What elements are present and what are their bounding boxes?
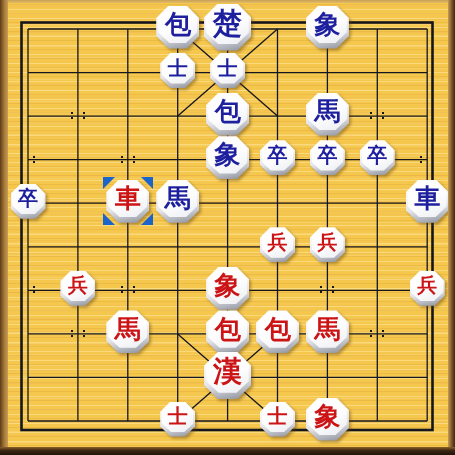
piece-glyph-horse: 馬 (314, 316, 340, 342)
piece-body: 馬 (156, 180, 199, 223)
board-point-marker (133, 286, 135, 288)
piece-body: 士 (160, 53, 195, 88)
piece-red-chariot[interactable]: 車 (106, 180, 149, 223)
piece-body: 士 (210, 53, 245, 88)
piece-body: 馬 (106, 310, 149, 353)
board-point-marker (133, 161, 135, 163)
piece-glyph-soldier: 卒 (367, 145, 387, 165)
piece-face: 馬 (308, 93, 347, 130)
piece-face: 馬 (108, 311, 147, 348)
piece-face: 象 (308, 6, 347, 43)
piece-glyph-advisor: 士 (268, 406, 288, 426)
piece-body: 兵 (410, 271, 445, 306)
piece-red-cannon[interactable]: 包 (206, 310, 249, 353)
piece-body: 車 (406, 180, 449, 223)
board-point-marker (121, 156, 123, 158)
piece-face: 車 (108, 181, 147, 218)
piece-blue-cannon[interactable]: 包 (206, 93, 249, 136)
board-point-marker (83, 112, 85, 114)
board-point-marker (370, 117, 372, 119)
board-point-marker (33, 286, 35, 288)
piece-red-elephant[interactable]: 象 (206, 267, 249, 310)
piece-body: 兵 (260, 227, 295, 262)
piece-face: 士 (262, 402, 294, 432)
board-point-marker (83, 335, 85, 337)
piece-red-soldier[interactable]: 兵 (310, 227, 345, 262)
piece-face: 象 (308, 398, 347, 435)
board-point-marker (332, 291, 334, 293)
board-point-marker (382, 330, 384, 332)
piece-body: 兵 (310, 227, 345, 262)
piece-face: 漢 (206, 353, 248, 393)
piece-body: 象 (306, 398, 349, 441)
piece-blue-elephant[interactable]: 象 (306, 6, 349, 49)
piece-body: 卒 (11, 184, 46, 219)
piece-blue-soldier[interactable]: 卒 (310, 140, 345, 175)
board-point-marker (133, 291, 135, 293)
board-point-marker (420, 161, 422, 163)
piece-red-horse[interactable]: 馬 (106, 310, 149, 353)
board-point-marker (121, 286, 123, 288)
piece-red-soldier[interactable]: 兵 (410, 271, 445, 306)
board-point-marker (71, 112, 73, 114)
piece-red-cannon[interactable]: 包 (256, 310, 299, 353)
piece-blue-advisor[interactable]: 士 (210, 53, 245, 88)
board-point-marker (332, 286, 334, 288)
piece-face: 包 (258, 311, 297, 348)
piece-face: 馬 (308, 311, 347, 348)
piece-red-advisor[interactable]: 士 (160, 402, 195, 437)
piece-glyph-advisor: 士 (168, 406, 188, 426)
piece-glyph-horse: 馬 (165, 185, 191, 211)
piece-glyph-soldier: 兵 (317, 232, 337, 252)
piece-face: 象 (208, 268, 247, 305)
piece-blue-chariot[interactable]: 車 (406, 180, 449, 223)
board-point-marker (121, 161, 123, 163)
piece-face: 包 (158, 6, 197, 43)
piece-body: 兵 (60, 271, 95, 306)
piece-glyph-soldier: 兵 (417, 275, 437, 295)
piece-glyph-soldier: 兵 (68, 275, 88, 295)
piece-body: 卒 (260, 140, 295, 175)
wooden-frame-top (0, 0, 455, 3)
piece-body: 包 (206, 93, 249, 136)
piece-face: 包 (208, 93, 247, 130)
piece-body: 象 (206, 136, 249, 179)
piece-body: 楚 (204, 4, 251, 51)
piece-face: 卒 (12, 184, 44, 214)
piece-blue-elephant[interactable]: 象 (206, 136, 249, 179)
board-point-marker (320, 291, 322, 293)
piece-glyph-cannon: 包 (165, 11, 191, 37)
piece-glyph-advisor: 士 (218, 58, 238, 78)
piece-blue-cannon[interactable]: 包 (156, 6, 199, 49)
piece-glyph-chariot: 車 (414, 185, 440, 211)
piece-glyph-soldier: 卒 (18, 188, 38, 208)
piece-glyph-horse: 馬 (314, 98, 340, 124)
piece-blue-horse[interactable]: 馬 (306, 93, 349, 136)
piece-blue-soldier[interactable]: 卒 (260, 140, 295, 175)
piece-glyph-general: 楚 (213, 9, 242, 38)
piece-face: 兵 (262, 228, 294, 258)
piece-glyph-elephant: 象 (314, 403, 340, 429)
piece-glyph-soldier: 卒 (317, 145, 337, 165)
piece-face: 卒 (312, 141, 344, 171)
piece-face: 士 (162, 54, 194, 84)
piece-red-horse[interactable]: 馬 (306, 310, 349, 353)
board-point-marker (382, 335, 384, 337)
board-point-marker (33, 161, 35, 163)
board-point-marker (121, 291, 123, 293)
piece-glyph-cannon: 包 (265, 316, 291, 342)
board-point-marker (370, 112, 372, 114)
board-point-marker (71, 335, 73, 337)
piece-body: 馬 (306, 93, 349, 136)
piece-face: 兵 (411, 272, 443, 302)
board-point-marker (382, 112, 384, 114)
piece-body: 卒 (310, 140, 345, 175)
piece-glyph-cannon: 包 (215, 98, 241, 124)
wooden-frame-left (0, 0, 8, 455)
piece-face: 兵 (62, 272, 94, 302)
board-point-marker (420, 156, 422, 158)
piece-red-general[interactable]: 漢 (204, 352, 251, 399)
piece-face: 士 (212, 54, 244, 84)
piece-face: 馬 (158, 181, 197, 218)
piece-blue-soldier[interactable]: 卒 (360, 140, 395, 175)
piece-body: 包 (256, 310, 299, 353)
piece-glyph-elephant: 象 (215, 141, 241, 167)
wooden-frame-bottom (0, 447, 455, 455)
piece-blue-general[interactable]: 楚 (204, 4, 251, 51)
board-point-marker (83, 117, 85, 119)
piece-red-soldier[interactable]: 兵 (60, 271, 95, 306)
piece-glyph-elephant: 象 (314, 11, 340, 37)
piece-face: 包 (208, 311, 247, 348)
piece-body: 士 (260, 402, 295, 437)
piece-face: 象 (208, 137, 247, 174)
piece-red-soldier[interactable]: 兵 (260, 227, 295, 262)
piece-glyph-soldier: 卒 (268, 145, 288, 165)
janggi-board[interactable]: 包楚象士士包馬象卒卒卒卒車馬車兵兵兵象兵馬包包馬漢士士象 (0, 0, 455, 455)
piece-glyph-cannon: 包 (215, 316, 241, 342)
board-point-marker (320, 286, 322, 288)
piece-glyph-general: 漢 (213, 357, 242, 386)
piece-body: 包 (156, 6, 199, 49)
board-point-marker (133, 156, 135, 158)
piece-body: 馬 (306, 310, 349, 353)
piece-face: 車 (408, 181, 447, 218)
piece-body: 象 (306, 6, 349, 49)
piece-face: 卒 (362, 141, 394, 171)
board-point-marker (71, 330, 73, 332)
board-point-marker (33, 156, 35, 158)
piece-glyph-chariot: 車 (115, 185, 141, 211)
piece-glyph-elephant: 象 (215, 272, 241, 298)
piece-blue-soldier[interactable]: 卒 (11, 184, 46, 219)
piece-face: 楚 (206, 4, 248, 44)
piece-body: 漢 (204, 352, 251, 399)
piece-body: 象 (206, 267, 249, 310)
piece-glyph-horse: 馬 (115, 316, 141, 342)
board-point-marker (71, 117, 73, 119)
board-point-marker (83, 330, 85, 332)
piece-red-advisor[interactable]: 士 (260, 402, 295, 437)
piece-blue-advisor[interactable]: 士 (160, 53, 195, 88)
piece-glyph-soldier: 兵 (268, 232, 288, 252)
piece-face: 士 (162, 402, 194, 432)
piece-face: 兵 (312, 228, 344, 258)
piece-face: 卒 (262, 141, 294, 171)
board-point-marker (370, 330, 372, 332)
piece-body: 包 (206, 310, 249, 353)
piece-body: 車 (106, 180, 149, 223)
piece-red-elephant[interactable]: 象 (306, 398, 349, 441)
wooden-frame-right (448, 0, 455, 455)
board-point-marker (33, 291, 35, 293)
piece-body: 卒 (360, 140, 395, 175)
board-point-marker (382, 117, 384, 119)
board-point-marker (370, 335, 372, 337)
piece-glyph-advisor: 士 (168, 58, 188, 78)
piece-body: 士 (160, 402, 195, 437)
piece-blue-horse[interactable]: 馬 (156, 180, 199, 223)
